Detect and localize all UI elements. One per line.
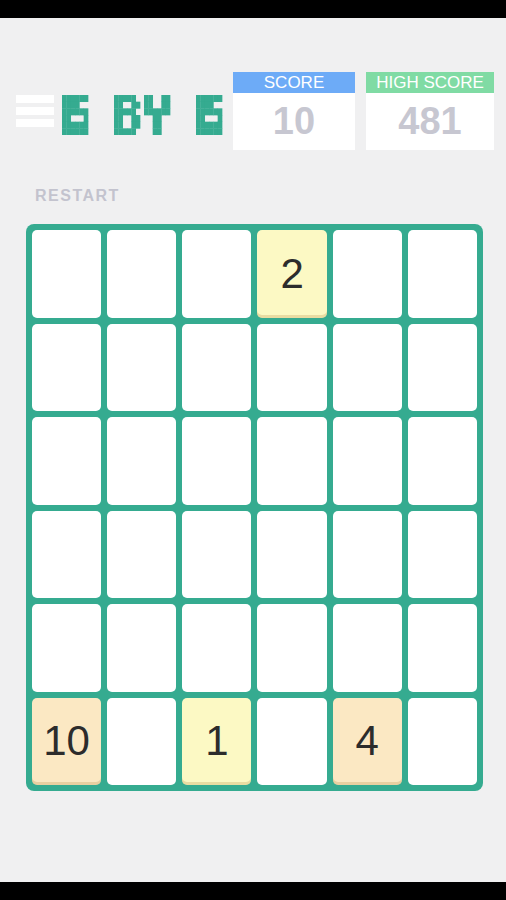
grid-cell [257,417,326,505]
grid-cell [32,324,101,412]
score-box: SCORE 10 [233,72,355,150]
grid-cell [32,604,101,692]
grid-cell [107,230,176,318]
grid-cell [107,417,176,505]
grid-cell [32,417,101,505]
grid-cell [408,698,477,786]
grid-cell [333,230,402,318]
high-score-box: HIGH SCORE 481 [366,72,494,150]
tile: 4 [333,698,402,786]
grid-cell [333,417,402,505]
game-board[interactable]: 21014 [26,224,483,791]
tile: 2 [257,230,326,318]
menu-button[interactable] [16,95,54,131]
score-label: SCORE [233,72,355,93]
grid-cell [333,604,402,692]
status-bar [0,0,506,18]
grid-cell [257,324,326,412]
grid-cell [408,324,477,412]
high-score-label: HIGH SCORE [366,72,494,93]
grid-cell [257,511,326,599]
score-value: 10 [233,93,355,150]
grid-cell [182,417,251,505]
grid-cell [182,604,251,692]
grid-cell [257,604,326,692]
high-score-value: 481 [366,93,494,150]
grid-cell [408,511,477,599]
grid-cell [107,511,176,599]
hamburger-icon [16,95,54,103]
tile: 1 [182,698,251,786]
grid-cell [408,604,477,692]
grid-cell [257,698,326,786]
grid-cell [333,511,402,599]
grid-cell [32,511,101,599]
hamburger-icon [16,119,54,127]
grid-cell [182,230,251,318]
restart-button[interactable]: RESTART [35,187,120,205]
app-screen: SCORE 10 HIGH SCORE 481 RESTART 21014 [0,0,506,900]
grid-cell [107,604,176,692]
grid-cell [182,511,251,599]
grid-cell [333,324,402,412]
tile: 10 [32,698,101,786]
grid-cell [182,324,251,412]
app-title [62,95,222,135]
grid-cell [408,417,477,505]
grid-cell [107,324,176,412]
navigation-bar [0,882,506,900]
hamburger-icon [16,107,54,115]
grid-cell [32,230,101,318]
grid-cell [107,698,176,786]
grid-cell [408,230,477,318]
